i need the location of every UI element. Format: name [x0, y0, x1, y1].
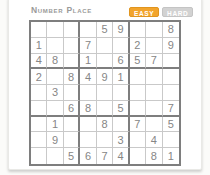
cell-r4c5[interactable]: 9 — [97, 69, 113, 85]
cell-r2c1[interactable]: 1 — [31, 38, 47, 54]
cell-r6c5[interactable] — [97, 101, 113, 117]
cell-r8c5[interactable] — [97, 132, 113, 148]
cell-r2c3[interactable] — [64, 38, 80, 54]
cell-r8c4[interactable] — [80, 132, 96, 148]
cell-r5c8[interactable] — [146, 85, 162, 101]
cell-r8c8[interactable]: 4 — [146, 132, 162, 148]
cell-r2c8[interactable] — [146, 38, 162, 54]
cell-r7c9[interactable]: 5 — [163, 117, 179, 133]
page-title: Number Place — [31, 5, 92, 15]
cell-r7c1[interactable] — [31, 117, 47, 133]
cell-r3c4[interactable]: 1 — [80, 54, 96, 70]
cell-r2c7[interactable]: 2 — [130, 38, 146, 54]
cell-r3c2[interactable]: 8 — [47, 54, 63, 70]
cell-r1c2[interactable] — [47, 22, 63, 38]
cell-r3c3[interactable] — [64, 54, 80, 70]
cell-r6c3[interactable]: 6 — [64, 101, 80, 117]
cell-r2c2[interactable] — [47, 38, 63, 54]
cell-r3c9[interactable] — [163, 54, 179, 70]
cell-r1c7[interactable] — [130, 22, 146, 38]
cell-r9c4[interactable]: 6 — [80, 148, 96, 164]
cell-r4c8[interactable] — [146, 69, 162, 85]
cell-r6c6[interactable]: 5 — [113, 101, 129, 117]
easy-button[interactable]: EASY — [129, 7, 159, 17]
cell-r9c1[interactable] — [31, 148, 47, 164]
cell-r6c7[interactable] — [130, 101, 146, 117]
cell-r4c3[interactable]: 8 — [64, 69, 80, 85]
cell-r1c9[interactable]: 8 — [163, 22, 179, 38]
cell-r3c7[interactable]: 5 — [130, 54, 146, 70]
cell-r8c6[interactable]: 3 — [113, 132, 129, 148]
cell-r1c4[interactable] — [80, 22, 96, 38]
cell-r8c2[interactable]: 9 — [47, 132, 63, 148]
cell-r1c6[interactable]: 9 — [113, 22, 129, 38]
cell-r6c1[interactable] — [31, 101, 47, 117]
cell-r8c3[interactable] — [64, 132, 80, 148]
cell-r2c5[interactable] — [97, 38, 113, 54]
cell-r4c9[interactable] — [163, 69, 179, 85]
cell-r7c8[interactable] — [146, 117, 162, 133]
cell-r7c3[interactable] — [64, 117, 80, 133]
cell-r2c9[interactable]: 9 — [163, 38, 179, 54]
cell-r8c9[interactable] — [163, 132, 179, 148]
cell-r7c5[interactable]: 8 — [97, 117, 113, 133]
cell-r1c8[interactable] — [146, 22, 162, 38]
cell-r2c6[interactable] — [113, 38, 129, 54]
cell-r9c8[interactable]: 8 — [146, 148, 162, 164]
cell-r9c3[interactable]: 5 — [64, 148, 80, 164]
cell-r7c2[interactable]: 1 — [47, 117, 63, 133]
sudoku-board: 598172948165728491368571875934567481 — [29, 20, 181, 166]
cell-r3c5[interactable] — [97, 54, 113, 70]
cell-r3c1[interactable]: 4 — [31, 54, 47, 70]
cell-r1c5[interactable]: 5 — [97, 22, 113, 38]
cell-r5c3[interactable] — [64, 85, 80, 101]
cell-r5c9[interactable] — [163, 85, 179, 101]
cell-r6c9[interactable]: 7 — [163, 101, 179, 117]
cell-r6c2[interactable] — [47, 101, 63, 117]
cell-r5c6[interactable] — [113, 85, 129, 101]
cell-r7c7[interactable]: 7 — [130, 117, 146, 133]
cell-r1c1[interactable] — [31, 22, 47, 38]
cell-r5c1[interactable] — [31, 85, 47, 101]
cell-r1c3[interactable] — [64, 22, 80, 38]
cell-r7c4[interactable] — [80, 117, 96, 133]
cell-r5c4[interactable] — [80, 85, 96, 101]
cell-r6c8[interactable] — [146, 101, 162, 117]
cell-r4c1[interactable]: 2 — [31, 69, 47, 85]
cell-r3c8[interactable]: 7 — [146, 54, 162, 70]
cell-r4c4[interactable]: 4 — [80, 69, 96, 85]
cell-r9c2[interactable] — [47, 148, 63, 164]
cell-r5c5[interactable] — [97, 85, 113, 101]
cell-r3c6[interactable]: 6 — [113, 54, 129, 70]
difficulty-buttons: EASY HARD — [129, 7, 193, 17]
cell-r8c7[interactable] — [130, 132, 146, 148]
cell-r9c6[interactable]: 4 — [113, 148, 129, 164]
cell-r4c2[interactable] — [47, 69, 63, 85]
cell-r4c6[interactable]: 1 — [113, 69, 129, 85]
cell-r9c7[interactable] — [130, 148, 146, 164]
cell-r5c2[interactable]: 3 — [47, 85, 63, 101]
cell-r9c9[interactable]: 1 — [163, 148, 179, 164]
cell-r6c4[interactable]: 8 — [80, 101, 96, 117]
hard-button[interactable]: HARD — [162, 7, 193, 17]
cell-r7c6[interactable] — [113, 117, 129, 133]
cell-r8c1[interactable] — [31, 132, 47, 148]
cell-r9c5[interactable]: 7 — [97, 148, 113, 164]
cell-r5c7[interactable] — [130, 85, 146, 101]
cell-r4c7[interactable] — [130, 69, 146, 85]
cell-r2c4[interactable]: 7 — [80, 38, 96, 54]
